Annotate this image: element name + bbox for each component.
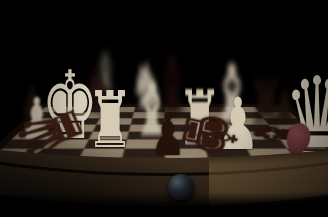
drawer-knob (168, 174, 194, 200)
chess-photo-scene: ♟♟♚♞♝♜♞♝♝♟♜♝♟♜♟♛♛♚♝ (0, 0, 328, 217)
